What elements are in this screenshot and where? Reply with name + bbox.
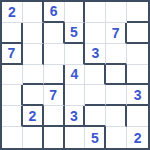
- cell-r1c6[interactable]: [106, 2, 127, 23]
- cell-r6c5[interactable]: [85, 106, 106, 127]
- cell-r2c4[interactable]: 5: [65, 23, 86, 44]
- cell-r7c1[interactable]: [2, 127, 23, 148]
- cell-r6c3[interactable]: [44, 106, 65, 127]
- cell-r1c1[interactable]: 2: [2, 2, 23, 23]
- cell-r1c7[interactable]: [127, 2, 148, 23]
- cell-r7c5[interactable]: 5: [85, 127, 106, 148]
- cell-r4c4[interactable]: 4: [65, 65, 86, 86]
- cell-r7c6[interactable]: [106, 127, 127, 148]
- cell-r7c4[interactable]: [65, 127, 86, 148]
- cell-r5c4[interactable]: [65, 85, 86, 106]
- cell-r4c1[interactable]: [2, 65, 23, 86]
- cell-r1c2[interactable]: [23, 2, 44, 23]
- cell-r4c7[interactable]: [127, 65, 148, 86]
- cell-r2c7[interactable]: [127, 23, 148, 44]
- cell-r6c4[interactable]: 3: [65, 106, 86, 127]
- cell-r7c2[interactable]: [23, 127, 44, 148]
- cell-r5c7[interactable]: 3: [127, 85, 148, 106]
- cell-r3c4[interactable]: [65, 44, 86, 65]
- cell-r3c5[interactable]: 3: [85, 44, 106, 65]
- cell-r6c1[interactable]: [2, 106, 23, 127]
- cell-r2c2[interactable]: [23, 23, 44, 44]
- cell-r1c5[interactable]: [85, 2, 106, 23]
- cell-r4c2[interactable]: [23, 65, 44, 86]
- cell-r3c1[interactable]: 7: [2, 44, 23, 65]
- cell-r5c6[interactable]: [106, 85, 127, 106]
- cell-r5c2[interactable]: [23, 85, 44, 106]
- cell-r2c1[interactable]: [2, 23, 23, 44]
- cell-r3c6[interactable]: [106, 44, 127, 65]
- cell-r7c3[interactable]: [44, 127, 65, 148]
- cell-r6c6[interactable]: [106, 106, 127, 127]
- cell-r6c7[interactable]: [127, 106, 148, 127]
- cell-r2c6[interactable]: 7: [106, 23, 127, 44]
- puzzle-screenshot: 2657734732352: [0, 0, 150, 150]
- cell-r2c3[interactable]: [44, 23, 65, 44]
- cell-r3c2[interactable]: [23, 44, 44, 65]
- cell-r4c5[interactable]: [85, 65, 106, 86]
- cell-r5c1[interactable]: [2, 85, 23, 106]
- cell-r4c6[interactable]: [106, 65, 127, 86]
- cell-r3c7[interactable]: [127, 44, 148, 65]
- cell-r1c3[interactable]: 6: [44, 2, 65, 23]
- cell-r3c3[interactable]: [44, 44, 65, 65]
- cell-r7c7[interactable]: 2: [127, 127, 148, 148]
- cell-r2c5[interactable]: [85, 23, 106, 44]
- cell-r1c4[interactable]: [65, 2, 86, 23]
- cell-r5c5[interactable]: [85, 85, 106, 106]
- cell-r6c2[interactable]: 2: [23, 106, 44, 127]
- sudoku-board: 2657734732352: [0, 0, 150, 150]
- cell-r5c3[interactable]: 7: [44, 85, 65, 106]
- cell-r4c3[interactable]: [44, 65, 65, 86]
